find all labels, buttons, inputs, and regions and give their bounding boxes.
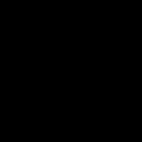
chess-board: [2, 2, 138, 138]
chess-board-frame: [0, 0, 142, 142]
